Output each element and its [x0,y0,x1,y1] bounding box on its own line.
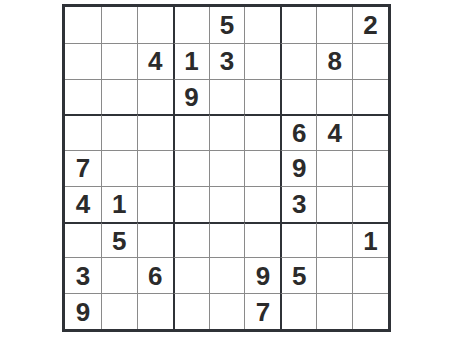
cell-r7c1[interactable] [65,222,101,258]
cell-r6c8[interactable] [316,186,352,222]
cell-r7c8[interactable] [316,222,352,258]
given-digit: 5 [220,12,234,38]
sudoku-board: 5241389647941351369597 [62,4,391,332]
given-digit: 9 [184,84,198,110]
cell-r2c2[interactable] [101,43,137,79]
cell-r2c3[interactable]: 4 [137,43,173,79]
cell-r3c3[interactable] [137,79,173,115]
cell-r9c4[interactable] [173,293,209,329]
cell-r4c9[interactable] [352,114,388,150]
cell-r2c1[interactable] [65,43,101,79]
cell-r7c2[interactable]: 5 [101,222,137,258]
cell-r7c6[interactable] [244,222,280,258]
cell-r6c5[interactable] [209,186,245,222]
given-digit: 1 [363,228,377,254]
cell-r4c8[interactable]: 4 [316,114,352,150]
cell-r6c1[interactable]: 4 [65,186,101,222]
cell-r5c1[interactable]: 7 [65,150,101,186]
cell-r9c5[interactable] [209,293,245,329]
cell-r1c1[interactable] [65,7,101,43]
cell-r1c4[interactable] [173,7,209,43]
cell-r2c5[interactable]: 3 [209,43,245,79]
cell-r9c2[interactable] [101,293,137,329]
cell-r6c3[interactable] [137,186,173,222]
cell-r2c9[interactable] [352,43,388,79]
given-digit: 5 [112,228,126,254]
cell-r1c8[interactable] [316,7,352,43]
cell-r4c1[interactable] [65,114,101,150]
cell-r3c5[interactable] [209,79,245,115]
cell-r1c3[interactable] [137,7,173,43]
given-digit: 4 [327,120,341,146]
cell-r4c6[interactable] [244,114,280,150]
cell-r4c4[interactable] [173,114,209,150]
cell-r8c4[interactable] [173,257,209,293]
cell-r5c6[interactable] [244,150,280,186]
given-digit: 9 [76,299,90,325]
given-digit: 4 [76,191,90,217]
cell-r2c6[interactable] [244,43,280,79]
cell-r1c2[interactable] [101,7,137,43]
cell-r6c2[interactable]: 1 [101,186,137,222]
cell-r1c7[interactable] [280,7,316,43]
cell-r5c2[interactable] [101,150,137,186]
cell-r6c7[interactable]: 3 [280,186,316,222]
cell-r5c3[interactable] [137,150,173,186]
cell-r1c6[interactable] [244,7,280,43]
cell-r9c9[interactable] [352,293,388,329]
cell-r7c9[interactable]: 1 [352,222,388,258]
cell-r3c7[interactable] [280,79,316,115]
cell-r3c2[interactable] [101,79,137,115]
cell-r9c1[interactable]: 9 [65,293,101,329]
cell-r9c8[interactable] [316,293,352,329]
given-digit: 6 [148,263,162,289]
given-digit: 3 [76,263,90,289]
cell-r8c6[interactable]: 9 [244,257,280,293]
cell-r4c5[interactable] [209,114,245,150]
cell-r7c3[interactable] [137,222,173,258]
given-digit: 7 [76,155,90,181]
cell-r9c3[interactable] [137,293,173,329]
given-digit: 7 [256,299,270,325]
given-digit: 3 [220,48,234,74]
cell-r3c1[interactable] [65,79,101,115]
cell-r3c4[interactable]: 9 [173,79,209,115]
cell-r8c5[interactable] [209,257,245,293]
cell-r8c9[interactable] [352,257,388,293]
given-digit: 8 [327,48,341,74]
given-digit: 1 [112,191,126,217]
cell-r1c5[interactable]: 5 [209,7,245,43]
cell-r6c9[interactable] [352,186,388,222]
cell-r8c7[interactable]: 5 [280,257,316,293]
cell-r9c7[interactable] [280,293,316,329]
cell-r2c8[interactable]: 8 [316,43,352,79]
cell-r5c7[interactable]: 9 [280,150,316,186]
cell-r5c8[interactable] [316,150,352,186]
cell-r5c4[interactable] [173,150,209,186]
cell-r6c4[interactable] [173,186,209,222]
cell-r2c4[interactable]: 1 [173,43,209,79]
given-digit: 5 [292,263,306,289]
cell-r3c6[interactable] [244,79,280,115]
cell-r7c5[interactable] [209,222,245,258]
cell-r7c7[interactable] [280,222,316,258]
cell-r8c3[interactable]: 6 [137,257,173,293]
cell-r3c8[interactable] [316,79,352,115]
given-digit: 9 [292,155,306,181]
given-digit: 2 [363,12,377,38]
cell-r8c8[interactable] [316,257,352,293]
cell-r2c7[interactable] [280,43,316,79]
cell-r5c5[interactable] [209,150,245,186]
given-digit: 6 [292,120,306,146]
cell-r3c9[interactable] [352,79,388,115]
cell-r8c2[interactable] [101,257,137,293]
given-digit: 3 [292,191,306,217]
cell-r1c9[interactable]: 2 [352,7,388,43]
given-digit: 9 [256,263,270,289]
cell-r4c7[interactable]: 6 [280,114,316,150]
cell-r4c3[interactable] [137,114,173,150]
cell-r5c9[interactable] [352,150,388,186]
cell-r9c6[interactable]: 7 [244,293,280,329]
cell-r6c6[interactable] [244,186,280,222]
cell-r4c2[interactable] [101,114,137,150]
cell-r8c1[interactable]: 3 [65,257,101,293]
given-digit: 1 [184,48,198,74]
cell-r7c4[interactable] [173,222,209,258]
given-digit: 4 [148,48,162,74]
page: 5241389647941351369597 [0,0,450,338]
